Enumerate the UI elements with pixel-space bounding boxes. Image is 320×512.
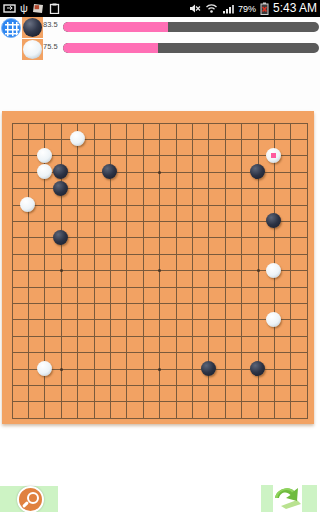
star-point (60, 269, 63, 272)
white-progress-fill (63, 43, 158, 53)
status-bar: ψ (0, 0, 320, 17)
last-move-marker (271, 153, 276, 158)
white-player-avatar (22, 39, 43, 60)
black-stone (102, 164, 117, 179)
black-progress-bar (63, 22, 319, 32)
white-stone (266, 148, 281, 163)
white-progress-bar (63, 43, 319, 53)
white-score: 75.5 (43, 42, 62, 51)
redo-arrow-icon (273, 485, 303, 511)
star-point (257, 269, 260, 272)
wifi-icon (205, 3, 218, 14)
battery-icon (260, 2, 269, 15)
redo-arrow-button[interactable] (273, 485, 302, 512)
status-right: 79% 5:43 AM (189, 0, 317, 17)
grid-line (192, 123, 193, 419)
grid-line (176, 123, 177, 419)
player-panel: 83.5 75.5 (0, 17, 320, 111)
black-score: 83.5 (43, 20, 62, 29)
black-stone (201, 361, 216, 376)
grid-line (12, 418, 308, 419)
star-point (158, 269, 161, 272)
grid-line (225, 123, 226, 419)
board-grid-icon[interactable] (1, 18, 21, 38)
grid-line (12, 336, 308, 337)
grid-line (241, 123, 242, 419)
display-share-icon (3, 3, 16, 14)
black-stone (53, 164, 68, 179)
white-stone-avatar-icon (23, 40, 42, 59)
clipboard-icon (49, 3, 60, 14)
white-stone (37, 148, 52, 163)
battery-percent: 79% (238, 4, 256, 14)
clock: 5:43 AM (273, 0, 317, 17)
star-point (60, 368, 63, 371)
grid-line (12, 401, 308, 402)
signal-strength-icon (222, 3, 234, 14)
white-stone (37, 361, 52, 376)
black-stone-avatar-icon (23, 18, 42, 37)
black-progress-fill (63, 22, 168, 32)
black-stone (53, 181, 68, 196)
photo-icon (32, 3, 45, 14)
grid-line (12, 319, 308, 320)
star-point (158, 171, 161, 174)
usb-icon: ψ (20, 3, 28, 14)
app-screen: ψ (0, 0, 320, 512)
black-stone (250, 164, 265, 179)
grid-line (12, 352, 308, 353)
white-stone (266, 312, 281, 327)
go-board[interactable] (2, 111, 314, 424)
black-player-avatar (22, 17, 43, 38)
white-stone (20, 197, 35, 212)
white-stone (266, 263, 281, 278)
grid-line (12, 385, 308, 386)
black-stone (266, 213, 281, 228)
star-point (158, 368, 161, 371)
black-stone (250, 361, 265, 376)
white-stone (37, 164, 52, 179)
grid-line (290, 123, 291, 419)
status-left-icons: ψ (3, 3, 60, 14)
grid-line (12, 287, 308, 288)
white-stone (70, 131, 85, 146)
black-stone (53, 230, 68, 245)
magnifier-button[interactable] (17, 486, 44, 512)
grid-line (307, 123, 308, 419)
grid-line (12, 303, 308, 304)
mute-icon (189, 3, 201, 14)
